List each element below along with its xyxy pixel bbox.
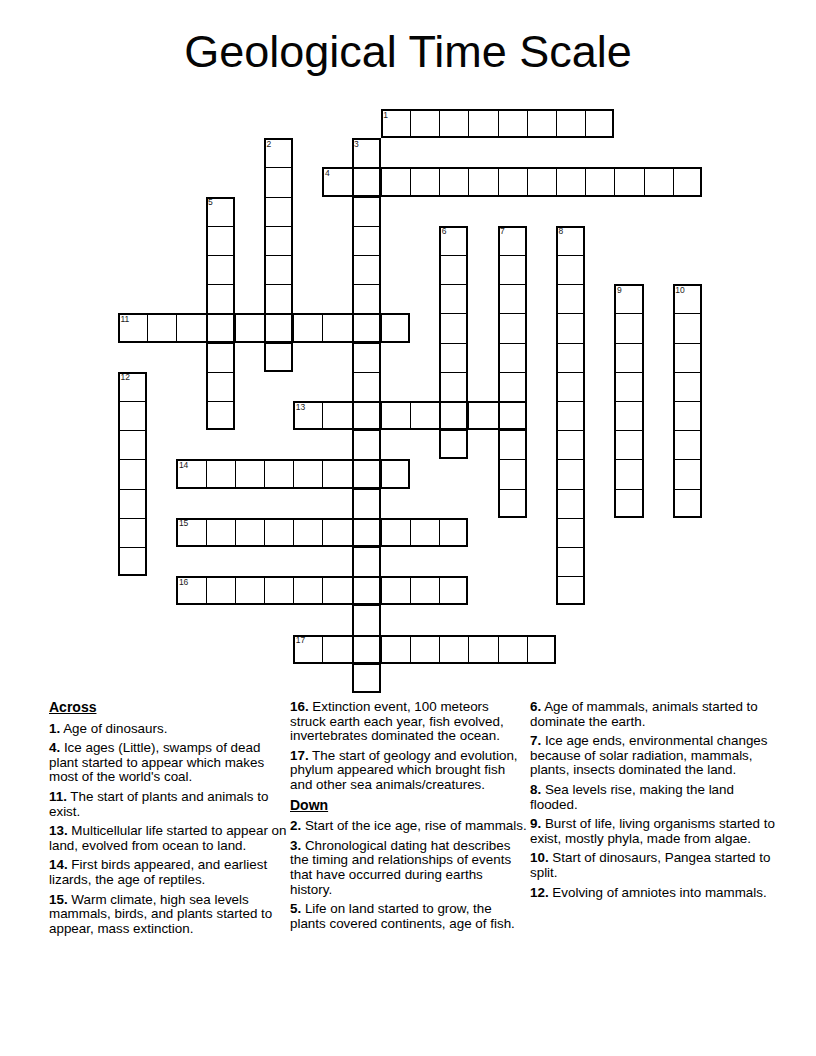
cell-separator [235, 578, 236, 603]
cell-separator [208, 226, 233, 227]
cell-separator [441, 313, 466, 314]
cell-separator [410, 403, 411, 428]
cell-separator [381, 461, 382, 486]
clue-3-down: 3. Chronological dating hat describes th… [290, 839, 528, 897]
cell-separator [354, 401, 379, 402]
clue-13-across: 13. Multicellular life started to appear… [49, 824, 287, 853]
cell-separator [354, 518, 379, 519]
grid-number-2: 2 [267, 140, 272, 149]
clue-12-down: 12. Evolving of amniotes into mammals. [530, 886, 780, 901]
word-15-across [176, 518, 468, 547]
cell-separator [439, 169, 440, 194]
cell-separator [498, 111, 499, 136]
grid-number-5: 5 [208, 198, 213, 207]
cell-separator [498, 637, 499, 662]
cell-separator [500, 430, 525, 431]
cell-separator [235, 520, 236, 545]
cell-separator [266, 226, 291, 227]
cell-separator [616, 372, 641, 373]
cell-separator [354, 459, 379, 460]
cell-separator [208, 343, 233, 344]
word-8-down [556, 226, 585, 606]
word-12-down [118, 372, 147, 576]
grid-number-17: 17 [296, 636, 305, 645]
cell-separator [354, 489, 379, 490]
grid-number-3: 3 [354, 140, 359, 149]
cell-separator [439, 111, 440, 136]
cell-separator [527, 637, 528, 662]
cell-separator [616, 313, 641, 314]
cell-separator [500, 313, 525, 314]
clue-5-down: 5. Life on land started to grow, the pla… [290, 902, 528, 931]
cell-separator [120, 489, 145, 490]
grid-number-15: 15 [179, 519, 188, 528]
grid-number-7: 7 [500, 227, 505, 236]
cell-separator [585, 169, 586, 194]
cell-separator [322, 578, 323, 603]
cell-separator [322, 637, 323, 662]
cell-separator [354, 255, 379, 256]
cell-separator [208, 255, 233, 256]
cell-separator [468, 111, 469, 136]
cell-separator [410, 169, 411, 194]
cell-separator [644, 169, 645, 194]
cell-separator [235, 315, 236, 340]
cell-separator [354, 167, 379, 168]
cell-separator [293, 520, 294, 545]
cell-separator [500, 343, 525, 344]
cell-separator [293, 461, 294, 486]
down-header: Down [290, 798, 528, 813]
cell-separator [176, 315, 177, 340]
cell-separator [616, 430, 641, 431]
word-2-down [264, 138, 293, 372]
cell-separator [558, 547, 583, 548]
cell-separator [322, 403, 323, 428]
clue-15-across: 15. Warm climate, high sea levels mammal… [49, 893, 287, 937]
cell-separator [441, 284, 466, 285]
cell-separator [441, 430, 466, 431]
cell-separator [558, 313, 583, 314]
word-13-across [293, 401, 527, 430]
cell-separator [675, 313, 700, 314]
clue-6-down: 6. Age of mammals, animals started to do… [530, 700, 780, 729]
cell-separator [675, 430, 700, 431]
cell-separator [322, 461, 323, 486]
cell-separator [500, 372, 525, 373]
word-1-across [381, 109, 615, 138]
cell-separator [675, 343, 700, 344]
crossword-worksheet-page: Geological Time Scale 141113141516172356… [0, 0, 816, 1056]
cell-separator [208, 284, 233, 285]
cell-separator [266, 167, 291, 168]
word-17-across [293, 635, 556, 664]
cell-separator [208, 372, 233, 373]
clue-7-down: 7. Ice age ends, environmental changes b… [530, 734, 780, 778]
cell-separator [675, 401, 700, 402]
cell-separator [616, 401, 641, 402]
cell-separator [500, 255, 525, 256]
cell-separator [354, 635, 379, 636]
cell-separator [556, 111, 557, 136]
cell-separator [500, 489, 525, 490]
cell-separator [441, 372, 466, 373]
cell-separator [354, 372, 379, 373]
clue-1-across: 1. Age of dinosaurs. [49, 722, 287, 737]
cell-separator [206, 520, 207, 545]
cell-separator [354, 576, 379, 577]
grid-number-1: 1 [383, 111, 388, 120]
cell-separator [410, 520, 411, 545]
grid-number-13: 13 [296, 403, 305, 412]
cell-separator [354, 605, 379, 606]
cell-separator [558, 372, 583, 373]
cell-separator [439, 637, 440, 662]
cell-separator [208, 313, 233, 314]
cell-separator [381, 578, 382, 603]
cell-separator [264, 520, 265, 545]
grid-number-12: 12 [121, 373, 130, 382]
cell-separator [266, 313, 291, 314]
cell-separator [120, 518, 145, 519]
cell-separator [441, 343, 466, 344]
cell-separator [266, 343, 291, 344]
cell-separator [120, 430, 145, 431]
cell-separator [381, 637, 382, 662]
cell-separator [354, 197, 379, 198]
cell-separator [208, 401, 233, 402]
cell-separator [468, 637, 469, 662]
grid-number-6: 6 [442, 227, 447, 236]
cell-separator [120, 459, 145, 460]
crossword-grid: 1411131415161723567891012 [118, 109, 702, 693]
cell-separator [410, 637, 411, 662]
cell-separator [322, 315, 323, 340]
cell-separator [381, 315, 382, 340]
word-10-down [673, 284, 702, 518]
cell-separator [354, 226, 379, 227]
cell-separator [439, 578, 440, 603]
cell-separator [558, 576, 583, 577]
clue-17-across: 17. The start of geology and evolution, … [290, 749, 528, 793]
grid-number-9: 9 [617, 286, 622, 295]
cell-separator [500, 284, 525, 285]
cell-separator [675, 489, 700, 490]
across-header: Across [49, 700, 287, 715]
cell-separator [381, 403, 382, 428]
cell-separator [616, 489, 641, 490]
clue-16-across: 16. Extinction event, 100 meteors struck… [290, 700, 528, 744]
cell-separator [558, 343, 583, 344]
cell-separator [439, 520, 440, 545]
clue-8-down: 8. Sea levels rise, making the land floo… [530, 783, 780, 812]
cell-separator [354, 284, 379, 285]
cell-separator [556, 169, 557, 194]
clue-10-down: 10. Start of dinosaurs, Pangea started t… [530, 851, 780, 880]
clue-2-down: 2. Start of the ice age, rise of mammals… [290, 819, 528, 834]
clue-11-across: 11. The start of plants and animals to e… [49, 790, 287, 819]
cell-separator [293, 315, 294, 340]
cell-separator [266, 197, 291, 198]
cell-separator [675, 372, 700, 373]
cell-separator [527, 111, 528, 136]
cell-separator [354, 313, 379, 314]
cell-separator [266, 284, 291, 285]
cell-separator [468, 403, 469, 428]
cell-separator [585, 111, 586, 136]
word-9-down [614, 284, 643, 518]
cell-separator [468, 169, 469, 194]
grid-number-11: 11 [121, 315, 130, 324]
cell-separator [354, 547, 379, 548]
word-5-down [206, 197, 235, 431]
cell-separator [410, 578, 411, 603]
grid-number-10: 10 [675, 286, 684, 295]
cell-separator [675, 459, 700, 460]
cell-separator [206, 578, 207, 603]
cell-separator [616, 343, 641, 344]
cell-separator [558, 255, 583, 256]
cell-separator [206, 461, 207, 486]
cell-separator [410, 111, 411, 136]
cell-separator [558, 518, 583, 519]
cell-separator [354, 343, 379, 344]
cell-separator [322, 520, 323, 545]
word-7-down [498, 226, 527, 518]
cell-separator [673, 169, 674, 194]
cell-separator [500, 459, 525, 460]
cell-separator [235, 461, 236, 486]
cell-separator [264, 461, 265, 486]
cell-separator [354, 430, 379, 431]
cell-separator [498, 169, 499, 194]
word-3-down [352, 138, 381, 693]
cell-separator [558, 459, 583, 460]
cell-separator [441, 255, 466, 256]
grid-number-8: 8 [559, 227, 564, 236]
cell-separator [558, 401, 583, 402]
cell-separator [558, 489, 583, 490]
cell-separator [264, 578, 265, 603]
cell-separator [558, 284, 583, 285]
grid-number-14: 14 [179, 461, 188, 470]
cell-separator [381, 520, 382, 545]
cell-separator [500, 401, 525, 402]
cell-separator [381, 169, 382, 194]
cell-separator [527, 169, 528, 194]
grid-number-16: 16 [179, 578, 188, 587]
word-6-down [439, 226, 468, 460]
clue-4-across: 4. Ice ages (Little), swamps of dead pla… [49, 741, 287, 785]
cell-separator [266, 255, 291, 256]
cell-separator [441, 401, 466, 402]
clue-column-2: 16. Extinction event, 100 meteors struck… [290, 700, 528, 936]
page-title: Geological Time Scale [0, 26, 816, 78]
cell-separator [120, 401, 145, 402]
clue-14-across: 14. First birds appeared, and earliest l… [49, 858, 287, 887]
cell-separator [120, 547, 145, 548]
cell-separator [147, 315, 148, 340]
clue-column-1: Across1. Age of dinosaurs.4. Ice ages (L… [49, 700, 287, 941]
cell-separator [558, 430, 583, 431]
clue-column-3: 6. Age of mammals, animals started to do… [530, 700, 780, 905]
cell-separator [293, 578, 294, 603]
cell-separator [616, 459, 641, 460]
cell-separator [614, 169, 615, 194]
grid-number-4: 4 [325, 169, 330, 178]
word-16-across [176, 576, 468, 605]
cell-separator [354, 664, 379, 665]
clue-9-down: 9. Burst of life, living organisms start… [530, 817, 780, 846]
